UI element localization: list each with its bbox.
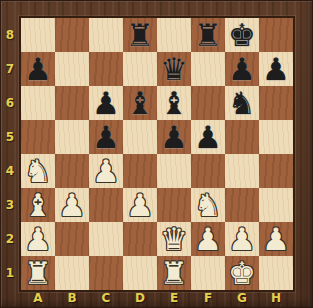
piece-white-pawn-a2[interactable]: ♟︎	[21, 222, 55, 256]
square-e6[interactable]: ♝︎	[157, 86, 191, 120]
piece-black-king-g8[interactable]: ♚︎	[225, 18, 259, 52]
square-h3[interactable]	[259, 188, 293, 222]
file-label-c: C	[89, 289, 123, 307]
square-a5[interactable]	[21, 120, 55, 154]
piece-black-pawn-f5[interactable]: ♟︎	[191, 120, 225, 154]
square-g7[interactable]: ♟︎	[225, 52, 259, 86]
file-label-d: D	[123, 289, 157, 307]
square-b1[interactable]	[55, 256, 89, 290]
piece-black-bishop-e6[interactable]: ♝︎	[157, 86, 191, 120]
piece-black-rook-f8[interactable]: ♜︎	[191, 18, 225, 52]
square-b7[interactable]	[55, 52, 89, 86]
square-f8[interactable]: ♜︎	[191, 18, 225, 52]
piece-white-rook-a1[interactable]: ♜︎	[21, 256, 55, 290]
square-c5[interactable]: ♟︎	[89, 120, 123, 154]
square-a1[interactable]: ♜︎	[21, 256, 55, 290]
square-f7[interactable]	[191, 52, 225, 86]
square-g2[interactable]: ♟︎	[225, 222, 259, 256]
piece-black-bishop-d6[interactable]: ♝︎	[123, 86, 157, 120]
square-e8[interactable]	[157, 18, 191, 52]
file-label-e: E	[157, 289, 191, 307]
square-h6[interactable]	[259, 86, 293, 120]
rank-label-1: 1	[0, 256, 20, 290]
file-label-b: B	[55, 289, 89, 307]
square-c6[interactable]: ♟︎	[89, 86, 123, 120]
square-c3[interactable]	[89, 188, 123, 222]
piece-white-rook-e1[interactable]: ♜︎	[157, 256, 191, 290]
square-g4[interactable]	[225, 154, 259, 188]
file-label-a: A	[21, 289, 55, 307]
square-e7[interactable]: ♛︎	[157, 52, 191, 86]
square-h8[interactable]	[259, 18, 293, 52]
rank-label-2: 2	[0, 222, 20, 256]
square-h2[interactable]: ♟︎	[259, 222, 293, 256]
square-b2[interactable]	[55, 222, 89, 256]
square-a4[interactable]: ♞︎	[21, 154, 55, 188]
piece-black-knight-g6[interactable]: ♞︎	[225, 86, 259, 120]
square-a7[interactable]: ♟︎	[21, 52, 55, 86]
square-c7[interactable]	[89, 52, 123, 86]
rank-label-6: 6	[0, 86, 20, 120]
square-c8[interactable]	[89, 18, 123, 52]
square-b6[interactable]	[55, 86, 89, 120]
square-a3[interactable]: ♝︎	[21, 188, 55, 222]
piece-white-pawn-h2[interactable]: ♟︎	[259, 222, 293, 256]
square-g6[interactable]: ♞︎	[225, 86, 259, 120]
square-c2[interactable]	[89, 222, 123, 256]
square-f2[interactable]: ♟︎	[191, 222, 225, 256]
piece-black-pawn-g7[interactable]: ♟︎	[225, 52, 259, 86]
rank-label-3: 3	[0, 188, 20, 222]
rank-label-8: 8	[0, 18, 20, 52]
square-h4[interactable]	[259, 154, 293, 188]
piece-black-pawn-c5[interactable]: ♟︎	[89, 120, 123, 154]
piece-white-knight-a4[interactable]: ♞︎	[21, 154, 55, 188]
square-b4[interactable]	[55, 154, 89, 188]
piece-white-queen-e2[interactable]: ♛︎	[157, 222, 191, 256]
square-d8[interactable]: ♜︎	[123, 18, 157, 52]
chess-board-window: ♜︎♜︎♚︎♟︎♛︎♟︎♟︎♟︎♝︎♝︎♞︎♟︎♟︎♟︎♞︎♟︎♝︎♟︎♟︎♞︎…	[0, 0, 313, 308]
square-g1[interactable]: ♚︎	[225, 256, 259, 290]
file-label-h: H	[259, 289, 293, 307]
square-h1[interactable]	[259, 256, 293, 290]
piece-black-queen-e7[interactable]: ♛︎	[157, 52, 191, 86]
square-f6[interactable]	[191, 86, 225, 120]
square-g5[interactable]	[225, 120, 259, 154]
square-d6[interactable]: ♝︎	[123, 86, 157, 120]
square-d1[interactable]	[123, 256, 157, 290]
piece-black-pawn-h7[interactable]: ♟︎	[259, 52, 293, 86]
file-label-f: F	[191, 289, 225, 307]
piece-white-knight-f3[interactable]: ♞︎	[191, 188, 225, 222]
square-h7[interactable]: ♟︎	[259, 52, 293, 86]
square-a2[interactable]: ♟︎	[21, 222, 55, 256]
piece-white-pawn-c4[interactable]: ♟︎	[89, 154, 123, 188]
square-e1[interactable]: ♜︎	[157, 256, 191, 290]
square-h5[interactable]	[259, 120, 293, 154]
piece-black-pawn-c6[interactable]: ♟︎	[89, 86, 123, 120]
file-label-g: G	[225, 289, 259, 307]
piece-black-rook-d8[interactable]: ♜︎	[123, 18, 157, 52]
rank-label-7: 7	[0, 52, 20, 86]
square-g3[interactable]	[225, 188, 259, 222]
piece-white-pawn-f2[interactable]: ♟︎	[191, 222, 225, 256]
square-a8[interactable]	[21, 18, 55, 52]
square-b3[interactable]: ♟︎	[55, 188, 89, 222]
square-f5[interactable]: ♟︎	[191, 120, 225, 154]
square-f3[interactable]: ♞︎	[191, 188, 225, 222]
square-d2[interactable]	[123, 222, 157, 256]
rank-label-5: 5	[0, 120, 20, 154]
square-g8[interactable]: ♚︎	[225, 18, 259, 52]
square-c4[interactable]: ♟︎	[89, 154, 123, 188]
piece-white-pawn-g2[interactable]: ♟︎	[225, 222, 259, 256]
piece-black-pawn-a7[interactable]: ♟︎	[21, 52, 55, 86]
piece-white-bishop-a3[interactable]: ♝︎	[21, 188, 55, 222]
square-d5[interactable]	[123, 120, 157, 154]
square-c1[interactable]	[89, 256, 123, 290]
piece-white-pawn-b3[interactable]: ♟︎	[55, 188, 89, 222]
square-f4[interactable]	[191, 154, 225, 188]
square-f1[interactable]	[191, 256, 225, 290]
piece-black-pawn-e5[interactable]: ♟︎	[157, 120, 191, 154]
square-d7[interactable]	[123, 52, 157, 86]
square-b8[interactable]	[55, 18, 89, 52]
square-a6[interactable]	[21, 86, 55, 120]
square-b5[interactable]	[55, 120, 89, 154]
square-e2[interactable]: ♛︎	[157, 222, 191, 256]
square-d4[interactable]	[123, 154, 157, 188]
chess-board: ♜︎♜︎♚︎♟︎♛︎♟︎♟︎♟︎♝︎♝︎♞︎♟︎♟︎♟︎♞︎♟︎♝︎♟︎♟︎♞︎…	[21, 18, 293, 290]
piece-white-pawn-d3[interactable]: ♟︎	[123, 188, 157, 222]
square-e3[interactable]	[157, 188, 191, 222]
square-e4[interactable]	[157, 154, 191, 188]
square-d3[interactable]: ♟︎	[123, 188, 157, 222]
rank-label-4: 4	[0, 154, 20, 188]
piece-white-king-g1[interactable]: ♚︎	[225, 256, 259, 290]
square-e5[interactable]: ♟︎	[157, 120, 191, 154]
